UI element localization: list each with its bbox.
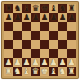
square-a8[interactable]: ♜ <box>4 4 13 13</box>
piece-black-pawn[interactable]: ♟ <box>5 13 13 21</box>
square-c4[interactable] <box>22 40 31 49</box>
piece-black-queen[interactable]: ♛ <box>32 4 40 12</box>
piece-black-knight[interactable]: ♞ <box>59 4 67 12</box>
chessboard-photo: ♜♞♝♛♚♝♞♜♟♟♟♟♟♟♟♟♟♟♟♟♟♟♟♟♜♞♝♛♚♝♞♜ <box>0 0 80 80</box>
square-a5[interactable] <box>4 31 13 40</box>
square-b1[interactable]: ♞ <box>13 67 22 76</box>
piece-black-rook[interactable]: ♜ <box>5 4 13 12</box>
square-e8[interactable]: ♚ <box>40 4 49 13</box>
piece-black-knight[interactable]: ♞ <box>14 4 22 12</box>
square-a4[interactable] <box>4 40 13 49</box>
square-d3[interactable] <box>31 49 40 58</box>
piece-white-knight[interactable]: ♞ <box>59 67 67 75</box>
square-d5[interactable] <box>31 31 40 40</box>
square-b3[interactable] <box>13 49 22 58</box>
square-f7[interactable]: ♟ <box>49 13 58 22</box>
square-b2[interactable]: ♟ <box>13 58 22 67</box>
square-d2[interactable]: ♟ <box>31 58 40 67</box>
square-d8[interactable]: ♛ <box>31 4 40 13</box>
square-h1[interactable]: ♜ <box>67 67 76 76</box>
square-h4[interactable] <box>67 40 76 49</box>
piece-white-pawn[interactable]: ♟ <box>23 58 31 66</box>
piece-white-rook[interactable]: ♜ <box>68 67 76 75</box>
square-b7[interactable]: ♟ <box>13 13 22 22</box>
piece-black-pawn[interactable]: ♟ <box>14 13 22 21</box>
square-g8[interactable]: ♞ <box>58 4 67 13</box>
square-d7[interactable]: ♟ <box>31 13 40 22</box>
square-h3[interactable] <box>67 49 76 58</box>
piece-black-pawn[interactable]: ♟ <box>23 13 31 21</box>
square-g5[interactable] <box>58 31 67 40</box>
square-e1[interactable]: ♚ <box>40 67 49 76</box>
piece-white-pawn[interactable]: ♟ <box>14 58 22 66</box>
piece-white-queen[interactable]: ♛ <box>32 67 40 75</box>
board-grid: ♜♞♝♛♚♝♞♜♟♟♟♟♟♟♟♟♟♟♟♟♟♟♟♟♜♞♝♛♚♝♞♜ <box>4 4 76 76</box>
square-e4[interactable] <box>40 40 49 49</box>
square-e2[interactable]: ♟ <box>40 58 49 67</box>
square-f6[interactable] <box>49 22 58 31</box>
square-d6[interactable] <box>31 22 40 31</box>
square-c8[interactable]: ♝ <box>22 4 31 13</box>
square-f5[interactable] <box>49 31 58 40</box>
square-g3[interactable] <box>58 49 67 58</box>
square-a2[interactable]: ♟ <box>4 58 13 67</box>
square-h6[interactable] <box>67 22 76 31</box>
piece-black-pawn[interactable]: ♟ <box>50 13 58 21</box>
square-d1[interactable]: ♛ <box>31 67 40 76</box>
square-a3[interactable] <box>4 49 13 58</box>
piece-white-pawn[interactable]: ♟ <box>5 58 13 66</box>
square-c3[interactable] <box>22 49 31 58</box>
piece-black-pawn[interactable]: ♟ <box>41 13 49 21</box>
square-g7[interactable]: ♟ <box>58 13 67 22</box>
square-f4[interactable] <box>49 40 58 49</box>
piece-white-pawn[interactable]: ♟ <box>41 58 49 66</box>
square-f3[interactable] <box>49 49 58 58</box>
square-e6[interactable] <box>40 22 49 31</box>
square-c5[interactable] <box>22 31 31 40</box>
piece-white-rook[interactable]: ♜ <box>5 67 13 75</box>
piece-white-pawn[interactable]: ♟ <box>59 58 67 66</box>
square-a7[interactable]: ♟ <box>4 13 13 22</box>
piece-white-bishop[interactable]: ♝ <box>50 67 58 75</box>
piece-black-bishop[interactable]: ♝ <box>50 4 58 12</box>
square-b5[interactable] <box>13 31 22 40</box>
square-e3[interactable] <box>40 49 49 58</box>
square-h8[interactable]: ♜ <box>67 4 76 13</box>
square-h5[interactable] <box>67 31 76 40</box>
square-e5[interactable] <box>40 31 49 40</box>
piece-white-bishop[interactable]: ♝ <box>23 67 31 75</box>
square-g1[interactable]: ♞ <box>58 67 67 76</box>
piece-white-pawn[interactable]: ♟ <box>68 58 76 66</box>
square-b8[interactable]: ♞ <box>13 4 22 13</box>
piece-black-pawn[interactable]: ♟ <box>68 13 76 21</box>
piece-white-pawn[interactable]: ♟ <box>50 58 58 66</box>
piece-black-bishop[interactable]: ♝ <box>23 4 31 12</box>
square-g2[interactable]: ♟ <box>58 58 67 67</box>
square-e7[interactable]: ♟ <box>40 13 49 22</box>
square-f8[interactable]: ♝ <box>49 4 58 13</box>
square-c6[interactable] <box>22 22 31 31</box>
square-a6[interactable] <box>4 22 13 31</box>
piece-black-pawn[interactable]: ♟ <box>59 13 67 21</box>
square-c2[interactable]: ♟ <box>22 58 31 67</box>
square-h2[interactable]: ♟ <box>67 58 76 67</box>
square-g4[interactable] <box>58 40 67 49</box>
piece-black-rook[interactable]: ♜ <box>68 4 76 12</box>
square-f2[interactable]: ♟ <box>49 58 58 67</box>
piece-white-pawn[interactable]: ♟ <box>32 58 40 66</box>
square-a1[interactable]: ♜ <box>4 67 13 76</box>
piece-black-king[interactable]: ♚ <box>41 4 49 12</box>
square-h7[interactable]: ♟ <box>67 13 76 22</box>
square-d4[interactable] <box>31 40 40 49</box>
piece-white-knight[interactable]: ♞ <box>14 67 22 75</box>
square-c7[interactable]: ♟ <box>22 13 31 22</box>
piece-white-king[interactable]: ♚ <box>41 67 49 75</box>
square-c1[interactable]: ♝ <box>22 67 31 76</box>
square-g6[interactable] <box>58 22 67 31</box>
square-b4[interactable] <box>13 40 22 49</box>
square-f1[interactable]: ♝ <box>49 67 58 76</box>
square-b6[interactable] <box>13 22 22 31</box>
piece-black-pawn[interactable]: ♟ <box>32 13 40 21</box>
